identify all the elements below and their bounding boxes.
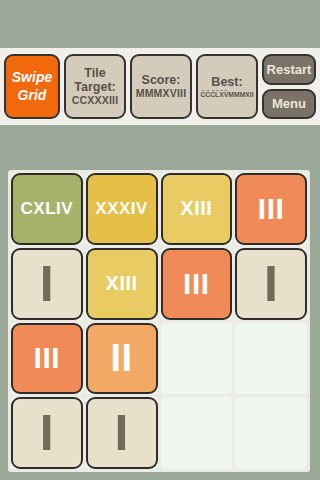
top-bar: Swipe Grid Tile Target: CCXXXIII Score: …	[0, 48, 320, 125]
tile-III[interactable]: III	[11, 323, 83, 395]
board-cell-r4c1: I	[11, 397, 83, 469]
board-cell-r3c3	[161, 323, 233, 395]
board-cell-r4c2: I	[86, 397, 158, 469]
tile-I[interactable]: I	[235, 248, 307, 320]
board-cell-r2c4: I	[235, 248, 307, 320]
tile-target-value: CCXXXIII	[72, 95, 119, 107]
tile-XIII[interactable]: XIII	[86, 248, 158, 320]
board-cell-r4c3	[161, 397, 233, 469]
score-value: MMMXVIII	[136, 88, 187, 100]
board[interactable]: CXLIVXXXIVXIIIIIIIXIIIIIIIIIIIIII	[8, 170, 310, 472]
board-cell-r2c2: XIII	[86, 248, 158, 320]
tile-CXLIV[interactable]: CXLIV	[11, 173, 83, 245]
tile-III[interactable]: III	[235, 173, 307, 245]
best-card: Best: C̄C̄C̄L̄X̄V̄MMMXII	[196, 54, 258, 119]
best-value: C̄C̄C̄L̄X̄V̄MMMXII	[200, 91, 253, 99]
restart-button[interactable]: Restart	[262, 54, 316, 85]
game-title-line2: Grid	[18, 87, 47, 105]
board-cell-r3c4	[235, 323, 307, 395]
tile-II[interactable]: II	[86, 323, 158, 395]
board-cell-r2c1: I	[11, 248, 83, 320]
menu-column: Restart Menu	[262, 54, 316, 119]
board-cell-r4c4	[235, 397, 307, 469]
board-cell-r3c2: II	[86, 323, 158, 395]
board-cell-r1c1: CXLIV	[11, 173, 83, 245]
score-card: Score: MMMXVIII	[130, 54, 192, 119]
tile-I[interactable]: I	[11, 248, 83, 320]
board-cell-r1c3: XIII	[161, 173, 233, 245]
board-cell-r1c4: III	[235, 173, 307, 245]
tile-target-label-line2: Target:	[74, 80, 115, 94]
tile-target-card: Tile Target: CCXXXIII	[64, 54, 126, 119]
tile-I[interactable]: I	[11, 397, 83, 469]
game-title-button[interactable]: Swipe Grid	[4, 54, 60, 119]
board-cell-r2c3: III	[161, 248, 233, 320]
board-cell-r1c2: XXXIV	[86, 173, 158, 245]
board-cell-r3c1: III	[11, 323, 83, 395]
score-label: Score:	[142, 73, 181, 87]
tile-target-label-line1: Tile	[84, 66, 105, 80]
tile-XIII[interactable]: XIII	[161, 173, 233, 245]
tile-XXXIV[interactable]: XXXIV	[86, 173, 158, 245]
tile-I[interactable]: I	[86, 397, 158, 469]
best-label: Best:	[211, 75, 242, 89]
tile-III[interactable]: III	[161, 248, 233, 320]
game-title-line1: Swipe	[12, 69, 52, 87]
menu-button[interactable]: Menu	[262, 89, 316, 120]
